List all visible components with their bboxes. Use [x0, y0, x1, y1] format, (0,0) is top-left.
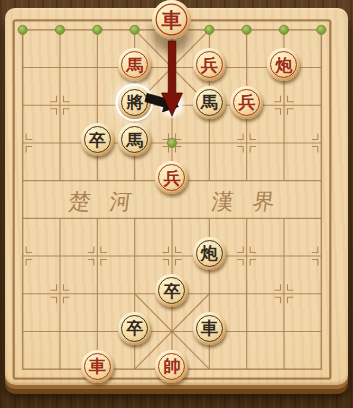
- intersection[interactable]: 馬: [191, 86, 228, 124]
- intersection[interactable]: [4, 11, 41, 49]
- intersection[interactable]: [303, 313, 340, 351]
- board-intersections: 車馬兵炮將馬兵卒馬兵炮卒卒車車帥: [4, 11, 340, 388]
- intersection[interactable]: [303, 200, 340, 238]
- intersection[interactable]: 馬: [116, 124, 153, 162]
- intersection[interactable]: [116, 237, 153, 275]
- intersection[interactable]: [4, 275, 41, 313]
- intersection[interactable]: [116, 11, 153, 49]
- intersection[interactable]: 兵: [191, 49, 228, 87]
- piece-black-general[interactable]: 將: [118, 86, 151, 119]
- intersection[interactable]: [41, 49, 78, 87]
- intersection[interactable]: [228, 313, 265, 351]
- intersection[interactable]: 卒: [79, 124, 116, 162]
- intersection[interactable]: 兵: [153, 162, 190, 200]
- piece-red-general[interactable]: 帥: [155, 350, 188, 383]
- intersection[interactable]: [41, 162, 78, 200]
- piece-glyph: 車: [201, 320, 218, 337]
- intersection[interactable]: [4, 350, 41, 388]
- intersection[interactable]: [4, 313, 41, 351]
- intersection[interactable]: [79, 237, 116, 275]
- intersection[interactable]: [153, 86, 190, 124]
- intersection[interactable]: [228, 200, 265, 238]
- piece-glyph: 兵: [238, 94, 255, 111]
- intersection[interactable]: [153, 124, 190, 162]
- intersection[interactable]: [303, 275, 340, 313]
- intersection[interactable]: 將: [116, 86, 153, 124]
- intersection[interactable]: [303, 11, 340, 49]
- intersection[interactable]: [79, 86, 116, 124]
- intersection[interactable]: [265, 350, 302, 388]
- intersection[interactable]: 卒: [116, 313, 153, 351]
- intersection[interactable]: [303, 350, 340, 388]
- intersection[interactable]: [191, 11, 228, 49]
- piece-glyph: 炮: [275, 57, 292, 74]
- piece-glyph: 兵: [163, 170, 180, 187]
- intersection[interactable]: [4, 124, 41, 162]
- intersection[interactable]: [153, 313, 190, 351]
- piece-red-chariot[interactable]: 車: [153, 0, 192, 39]
- intersection[interactable]: [303, 86, 340, 124]
- intersection[interactable]: [79, 162, 116, 200]
- intersection[interactable]: [4, 162, 41, 200]
- piece-red-cannon[interactable]: 炮: [267, 48, 300, 81]
- intersection[interactable]: [191, 350, 228, 388]
- piece-black-chariot[interactable]: 車: [193, 312, 226, 345]
- intersection[interactable]: [228, 350, 265, 388]
- intersection[interactable]: [41, 237, 78, 275]
- piece-glyph: 車: [162, 10, 182, 30]
- intersection[interactable]: 車: [191, 313, 228, 351]
- intersection[interactable]: [191, 200, 228, 238]
- piece-black-cannon[interactable]: 炮: [193, 237, 226, 270]
- intersection[interactable]: [41, 313, 78, 351]
- intersection[interactable]: 馬: [116, 49, 153, 87]
- intersection[interactable]: [153, 49, 190, 87]
- intersection[interactable]: [41, 275, 78, 313]
- intersection[interactable]: [265, 124, 302, 162]
- intersection[interactable]: 兵: [228, 86, 265, 124]
- piece-red-chariot[interactable]: 車: [81, 350, 114, 383]
- intersection[interactable]: [41, 11, 78, 49]
- intersection[interactable]: [228, 49, 265, 87]
- intersection[interactable]: [116, 350, 153, 388]
- piece-red-soldier[interactable]: 兵: [193, 48, 226, 81]
- intersection[interactable]: [153, 237, 190, 275]
- intersection[interactable]: [265, 275, 302, 313]
- intersection[interactable]: [4, 237, 41, 275]
- intersection[interactable]: [191, 162, 228, 200]
- intersection[interactable]: [4, 49, 41, 87]
- piece-black-horse[interactable]: 馬: [193, 86, 226, 119]
- piece-glyph: 馬: [126, 132, 143, 149]
- intersection[interactable]: [153, 200, 190, 238]
- piece-red-horse[interactable]: 馬: [118, 48, 151, 81]
- intersection[interactable]: [41, 124, 78, 162]
- piece-glyph: 兵: [201, 57, 218, 74]
- intersection[interactable]: [228, 124, 265, 162]
- intersection[interactable]: [303, 237, 340, 275]
- piece-black-soldier[interactable]: 卒: [118, 312, 151, 345]
- intersection[interactable]: [228, 11, 265, 49]
- intersection[interactable]: [265, 162, 302, 200]
- intersection[interactable]: [116, 200, 153, 238]
- intersection[interactable]: [228, 162, 265, 200]
- intersection[interactable]: 炮: [191, 237, 228, 275]
- intersection[interactable]: [41, 350, 78, 388]
- intersection[interactable]: 車: [79, 350, 116, 388]
- intersection[interactable]: [191, 124, 228, 162]
- intersection[interactable]: 車: [153, 11, 190, 49]
- intersection[interactable]: [303, 162, 340, 200]
- piece-red-soldier[interactable]: 兵: [230, 86, 263, 119]
- intersection[interactable]: [265, 200, 302, 238]
- intersection[interactable]: [79, 49, 116, 87]
- intersection[interactable]: [116, 275, 153, 313]
- piece-glyph: 卒: [163, 283, 180, 300]
- app-background: 楚 河 漢 界 車馬兵炮將馬兵卒馬兵炮卒卒車車帥: [0, 0, 353, 408]
- intersection[interactable]: 炮: [265, 49, 302, 87]
- piece-red-soldier[interactable]: 兵: [155, 161, 188, 194]
- intersection[interactable]: [265, 237, 302, 275]
- piece-glyph: 卒: [126, 320, 143, 337]
- intersection[interactable]: [41, 200, 78, 238]
- intersection[interactable]: [191, 275, 228, 313]
- intersection[interactable]: 卒: [153, 275, 190, 313]
- intersection[interactable]: [265, 11, 302, 49]
- piece-glyph: 車: [89, 358, 106, 375]
- intersection[interactable]: [4, 200, 41, 238]
- piece-glyph: 馬: [126, 57, 143, 74]
- intersection[interactable]: [79, 11, 116, 49]
- piece-glyph: 炮: [201, 245, 218, 262]
- piece-glyph: 馬: [201, 94, 218, 111]
- piece-glyph: 將: [126, 94, 143, 111]
- piece-black-soldier[interactable]: 卒: [81, 123, 114, 156]
- intersection[interactable]: [79, 313, 116, 351]
- intersection[interactable]: [303, 49, 340, 87]
- intersection[interactable]: [265, 86, 302, 124]
- piece-black-soldier[interactable]: 卒: [155, 274, 188, 307]
- intersection[interactable]: [265, 313, 302, 351]
- intersection[interactable]: [79, 200, 116, 238]
- intersection[interactable]: [41, 86, 78, 124]
- intersection[interactable]: [116, 162, 153, 200]
- intersection[interactable]: 帥: [153, 350, 190, 388]
- intersection[interactable]: [79, 275, 116, 313]
- intersection[interactable]: [303, 124, 340, 162]
- intersection[interactable]: [228, 237, 265, 275]
- intersection[interactable]: [228, 275, 265, 313]
- piece-glyph: 卒: [89, 132, 106, 149]
- intersection[interactable]: [4, 86, 41, 124]
- piece-glyph: 帥: [163, 358, 180, 375]
- piece-black-horse[interactable]: 馬: [118, 123, 151, 156]
